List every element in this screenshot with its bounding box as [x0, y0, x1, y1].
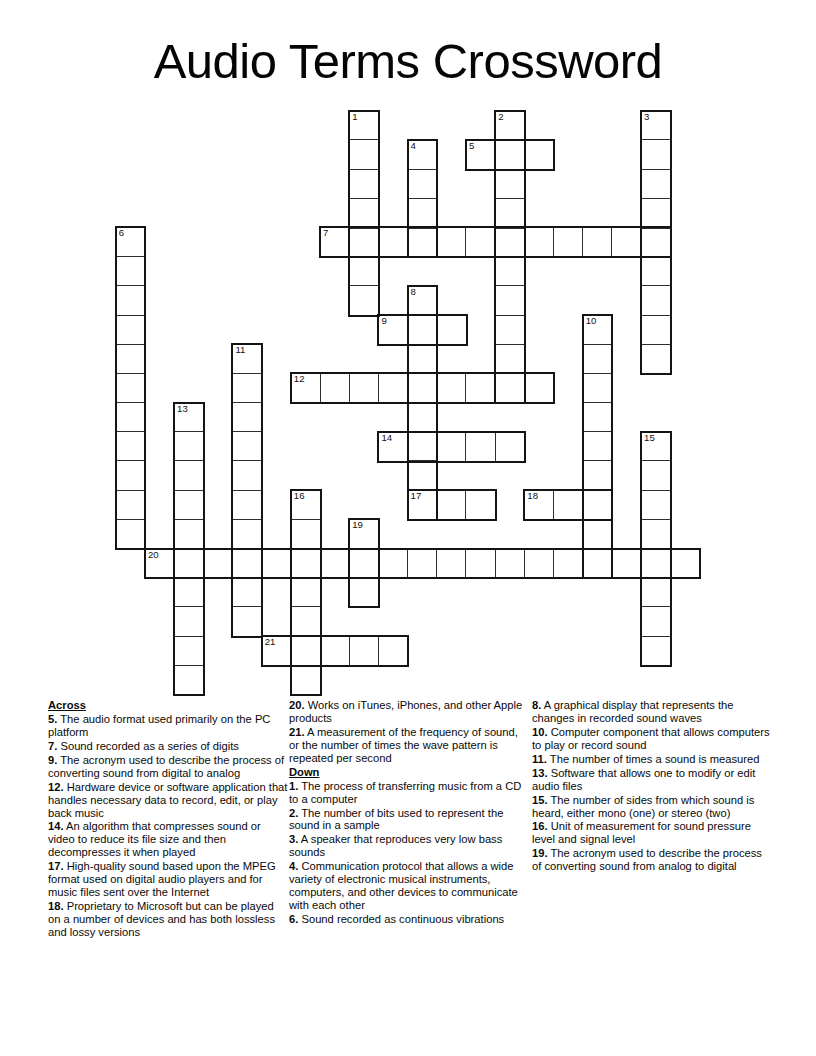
clue-column-1: Across5. The audio format used primarily…: [48, 699, 288, 940]
clue-17-across: 17. High-quality sound based upon the MP…: [48, 860, 288, 899]
across-header: Across: [48, 699, 288, 712]
cell-r14c0[interactable]: [115, 519, 146, 550]
cell-r9c12[interactable]: [465, 373, 496, 404]
cell-r13c14[interactable]: 18: [524, 490, 555, 521]
cell-number-15: 15: [644, 433, 655, 443]
cell-r7c10[interactable]: [407, 315, 438, 346]
cell-r10c4[interactable]: [232, 402, 263, 433]
cell-r19c2[interactable]: [174, 665, 205, 696]
clue-column-3: 8. A graphical display that represents t…: [532, 699, 772, 874]
cell-r13c0[interactable]: [115, 490, 146, 521]
cell-r6c13[interactable]: [495, 285, 526, 316]
cell-r12c18[interactable]: [641, 460, 672, 491]
cell-r3c18[interactable]: [641, 198, 672, 229]
cell-number-13: 13: [177, 404, 188, 414]
cell-r18c6[interactable]: [290, 636, 321, 667]
cell-r11c13[interactable]: [495, 431, 526, 462]
cell-r2c10[interactable]: [407, 169, 438, 200]
cell-number-17: 17: [411, 491, 422, 501]
cell-r1c10[interactable]: 4: [407, 139, 438, 170]
cell-r16c4[interactable]: [232, 577, 263, 608]
cell-r3c8[interactable]: [349, 198, 380, 229]
cell-r7c0[interactable]: [115, 315, 146, 346]
cell-r14c4[interactable]: [232, 519, 263, 550]
cell-r12c2[interactable]: [174, 460, 205, 491]
clue-15-down: 15. The number of sides from which sound…: [532, 794, 772, 820]
cell-r15c11[interactable]: [436, 548, 467, 579]
cell-r15c9[interactable]: [378, 548, 409, 579]
cell-r17c18[interactable]: [641, 606, 672, 637]
cell-r9c8[interactable]: [349, 373, 380, 404]
cell-r6c18[interactable]: [641, 285, 672, 316]
cell-r12c4[interactable]: [232, 460, 263, 491]
cell-number-14: 14: [381, 433, 392, 443]
cell-number-7: 7: [323, 228, 328, 238]
cell-r15c10[interactable]: [407, 548, 438, 579]
cell-r13c11[interactable]: [436, 490, 467, 521]
cell-r10c10[interactable]: [407, 402, 438, 433]
cell-r4c14[interactable]: [524, 227, 555, 258]
cell-r9c10[interactable]: [407, 373, 438, 404]
cell-number-18: 18: [527, 491, 538, 501]
cell-r0c8[interactable]: 1: [349, 110, 380, 141]
cell-r18c9[interactable]: [378, 636, 409, 667]
clue-5-across: 5. The audio format used primarily on th…: [48, 713, 288, 739]
cell-r9c13[interactable]: [495, 373, 526, 404]
cell-r4c11[interactable]: [436, 227, 467, 258]
cell-r11c2[interactable]: [174, 431, 205, 462]
cell-r8c13[interactable]: [495, 344, 526, 375]
cell-r15c8[interactable]: [349, 548, 380, 579]
cell-r11c12[interactable]: [465, 431, 496, 462]
page-title: Audio Terms Crossword: [0, 36, 816, 87]
cell-r8c16[interactable]: [582, 344, 613, 375]
cell-r6c10[interactable]: 8: [407, 285, 438, 316]
cell-r15c17[interactable]: [611, 548, 642, 579]
cell-r8c0[interactable]: [115, 344, 146, 375]
cell-r4c18[interactable]: [641, 227, 672, 258]
clue-1-down: 1. The process of transferring music fro…: [289, 780, 527, 806]
cell-r6c8[interactable]: [349, 285, 380, 316]
cell-r11c16[interactable]: [582, 431, 613, 462]
cell-r1c14[interactable]: [524, 139, 555, 170]
cell-r7c16[interactable]: 10: [582, 315, 613, 346]
cell-r5c13[interactable]: [495, 256, 526, 287]
cell-r4c17[interactable]: [611, 227, 642, 258]
cell-r11c0[interactable]: [115, 431, 146, 462]
cell-r5c0[interactable]: [115, 256, 146, 287]
cell-r13c6[interactable]: 16: [290, 490, 321, 521]
cell-r12c16[interactable]: [582, 460, 613, 491]
cell-r1c8[interactable]: [349, 139, 380, 170]
cell-r4c10[interactable]: [407, 227, 438, 258]
cell-r7c18[interactable]: [641, 315, 672, 346]
cell-r15c12[interactable]: [465, 548, 496, 579]
cell-r7c13[interactable]: [495, 315, 526, 346]
cell-r5c18[interactable]: [641, 256, 672, 287]
cell-r12c10[interactable]: [407, 460, 438, 491]
clue-20-across: 20. Works on iTunes, iPhones, and other …: [289, 699, 527, 725]
cell-r15c16[interactable]: [582, 548, 613, 579]
cell-r3c13[interactable]: [495, 198, 526, 229]
cell-r16c2[interactable]: [174, 577, 205, 608]
cell-r4c12[interactable]: [465, 227, 496, 258]
clue-18-across: 18. Proprietary to Microsoft but can be …: [48, 900, 288, 939]
cell-r2c18[interactable]: [641, 169, 672, 200]
cell-r13c10[interactable]: 17: [407, 490, 438, 521]
cell-r10c16[interactable]: [582, 402, 613, 433]
cell-number-16: 16: [294, 491, 305, 501]
cell-r7c11[interactable]: [436, 315, 467, 346]
cell-r18c5[interactable]: 21: [261, 636, 292, 667]
cell-r9c11[interactable]: [436, 373, 467, 404]
cell-r15c4[interactable]: [232, 548, 263, 579]
cell-r18c7[interactable]: [320, 636, 351, 667]
cell-r11c10[interactable]: [407, 431, 438, 462]
cell-r9c16[interactable]: [582, 373, 613, 404]
cell-number-11: 11: [235, 345, 245, 355]
cell-r4c9[interactable]: [378, 227, 409, 258]
cell-r13c15[interactable]: [553, 490, 584, 521]
clue-12-across: 12. Hardware device or software applicat…: [48, 781, 288, 820]
cell-r14c6[interactable]: [290, 519, 321, 550]
cell-r13c12[interactable]: [465, 490, 496, 521]
clue-19-down: 19. The acronym used to describe the pro…: [532, 847, 772, 873]
clue-6-down: 6. Sound recorded as continuous vibratio…: [289, 913, 527, 926]
cell-number-6: 6: [119, 228, 124, 238]
cell-r15c3[interactable]: [203, 548, 234, 579]
cell-r14c16[interactable]: [582, 519, 613, 550]
clue-column-2: 20. Works on iTunes, iPhones, and other …: [289, 699, 527, 927]
cell-r15c18[interactable]: [641, 548, 672, 579]
cell-r14c2[interactable]: [174, 519, 205, 550]
cell-r2c13[interactable]: [495, 169, 526, 200]
cell-r15c7[interactable]: [320, 548, 351, 579]
cell-r9c4[interactable]: [232, 373, 263, 404]
cell-number-20: 20: [148, 550, 159, 560]
cell-r4c16[interactable]: [582, 227, 613, 258]
cell-r2c8[interactable]: [349, 169, 380, 200]
cell-r18c18[interactable]: [641, 636, 672, 667]
cell-r13c18[interactable]: [641, 490, 672, 521]
cell-r15c13[interactable]: [495, 548, 526, 579]
cell-r0c13[interactable]: 2: [495, 110, 526, 141]
cell-r8c10[interactable]: [407, 344, 438, 375]
cell-r4c8[interactable]: [349, 227, 380, 258]
cell-r18c8[interactable]: [349, 636, 380, 667]
clue-16-down: 16. Unit of measurement for sound pressu…: [532, 820, 772, 846]
cell-r9c0[interactable]: [115, 373, 146, 404]
clue-2-down: 2. The number of bits used to represent …: [289, 807, 527, 833]
cell-r12c0[interactable]: [115, 460, 146, 491]
cell-number-9: 9: [381, 316, 386, 326]
cell-number-10: 10: [586, 316, 597, 326]
cell-r1c18[interactable]: [641, 139, 672, 170]
clue-14-across: 14. An algorithm that compresses sound o…: [48, 820, 288, 859]
cell-r17c4[interactable]: [232, 606, 263, 637]
cell-number-3: 3: [644, 112, 649, 122]
cell-r0c18[interactable]: 3: [641, 110, 672, 141]
cell-r1c13[interactable]: [495, 139, 526, 170]
cell-r19c6[interactable]: [290, 665, 321, 696]
cell-r17c6[interactable]: [290, 606, 321, 637]
clue-3-down: 3. A speaker that reproduces very low ba…: [289, 833, 527, 859]
clue-8-down: 8. A graphical display that represents t…: [532, 699, 772, 725]
clue-11-down: 11. The number of times a sound is measu…: [532, 753, 772, 766]
cell-r14c18[interactable]: [641, 519, 672, 550]
cell-r17c2[interactable]: [174, 606, 205, 637]
cell-number-5: 5: [469, 141, 474, 151]
cell-r15c15[interactable]: [553, 548, 584, 579]
cell-r9c9[interactable]: [378, 373, 409, 404]
cell-r16c8[interactable]: [349, 577, 380, 608]
cell-r15c19[interactable]: [670, 548, 701, 579]
cell-r11c11[interactable]: [436, 431, 467, 462]
cell-r11c4[interactable]: [232, 431, 263, 462]
cell-r15c14[interactable]: [524, 548, 555, 579]
cell-number-12: 12: [294, 374, 305, 384]
cell-r3c10[interactable]: [407, 198, 438, 229]
crossword-grid: 579121417182021123468101113151619: [116, 111, 700, 695]
down-header: Down: [289, 766, 527, 779]
cell-r13c2[interactable]: [174, 490, 205, 521]
cell-number-19: 19: [352, 520, 363, 530]
clue-4-down: 4. Communication protocol that allows a …: [289, 860, 527, 912]
cell-r6c0[interactable]: [115, 285, 146, 316]
cell-r11c18[interactable]: 15: [641, 431, 672, 462]
clue-9-across: 9. The acronym used to describe the proc…: [48, 754, 288, 780]
cell-r9c7[interactable]: [320, 373, 351, 404]
cell-number-21: 21: [265, 637, 276, 647]
clue-13-down: 13. Software that allows one to modify o…: [532, 767, 772, 793]
cell-r8c18[interactable]: [641, 344, 672, 375]
cell-r9c6[interactable]: 12: [290, 373, 321, 404]
cell-r14c8[interactable]: 19: [349, 519, 380, 550]
cell-r11c9[interactable]: 14: [378, 431, 409, 462]
cell-number-2: 2: [498, 112, 503, 122]
cell-r15c6[interactable]: [290, 548, 321, 579]
cell-r16c6[interactable]: [290, 577, 321, 608]
cell-r10c0[interactable]: [115, 402, 146, 433]
cell-r16c18[interactable]: [641, 577, 672, 608]
cell-r7c9[interactable]: 9: [378, 315, 409, 346]
cell-r15c5[interactable]: [261, 548, 292, 579]
cell-r9c14[interactable]: [524, 373, 555, 404]
cell-r13c16[interactable]: [582, 490, 613, 521]
cell-r13c4[interactable]: [232, 490, 263, 521]
cell-r4c0[interactable]: 6: [115, 227, 146, 258]
clue-7-across: 7. Sound recorded as a series of digits: [48, 740, 288, 753]
cell-r10c2[interactable]: 13: [174, 402, 205, 433]
clue-10-down: 10. Computer component that allows compu…: [532, 726, 772, 752]
cell-r5c8[interactable]: [349, 256, 380, 287]
cell-number-8: 8: [411, 287, 416, 297]
cell-r18c2[interactable]: [174, 636, 205, 667]
cell-r4c7[interactable]: 7: [320, 227, 351, 258]
cell-r15c1[interactable]: 20: [144, 548, 175, 579]
cell-r4c15[interactable]: [553, 227, 584, 258]
cell-number-1: 1: [352, 112, 357, 122]
cell-r8c4[interactable]: 11: [232, 344, 263, 375]
cell-r4c13[interactable]: [495, 227, 526, 258]
cell-number-4: 4: [411, 141, 416, 151]
clue-21-across: 21. A measurement of the frequency of so…: [289, 726, 527, 765]
cell-r1c12[interactable]: 5: [465, 139, 496, 170]
cell-r15c2[interactable]: [174, 548, 205, 579]
